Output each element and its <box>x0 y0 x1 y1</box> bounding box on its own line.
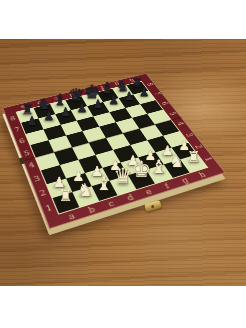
clasp-keyhole <box>151 204 155 208</box>
wooden-table-surface <box>0 39 246 286</box>
product-photo: aabbccddeeffgghh8877665544332211 ♜♞♝♛♚♝♞… <box>0 0 246 328</box>
white-band-top <box>0 0 246 39</box>
white-band-bottom <box>0 286 246 328</box>
